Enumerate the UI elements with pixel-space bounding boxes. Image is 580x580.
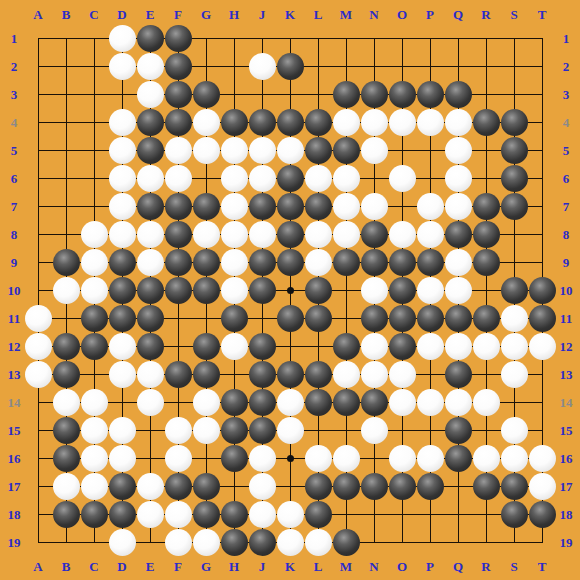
white-stone-H7	[221, 193, 248, 220]
black-stone-T18	[529, 501, 556, 528]
white-stone-E2	[137, 53, 164, 80]
black-stone-M5	[333, 137, 360, 164]
column-label-top: T	[538, 8, 547, 21]
black-stone-R17	[473, 473, 500, 500]
white-stone-O4	[389, 109, 416, 136]
black-stone-S5	[501, 137, 528, 164]
black-stone-L10	[305, 277, 332, 304]
white-stone-G15	[193, 417, 220, 444]
black-stone-M19	[333, 529, 360, 556]
black-stone-N14	[361, 389, 388, 416]
white-stone-N5	[361, 137, 388, 164]
black-stone-L17	[305, 473, 332, 500]
column-label-bottom: O	[397, 560, 407, 573]
black-stone-K7	[277, 193, 304, 220]
black-stone-O9	[389, 249, 416, 276]
white-stone-N13	[361, 361, 388, 388]
white-stone-H12	[221, 333, 248, 360]
white-stone-D7	[109, 193, 136, 220]
white-stone-K15	[277, 417, 304, 444]
white-stone-H10	[221, 277, 248, 304]
row-label-right: 5	[563, 144, 570, 157]
black-stone-S18	[501, 501, 528, 528]
white-stone-G4	[193, 109, 220, 136]
black-stone-N3	[361, 81, 388, 108]
black-stone-N8	[361, 221, 388, 248]
black-stone-M9	[333, 249, 360, 276]
black-stone-H16	[221, 445, 248, 472]
white-stone-C16	[81, 445, 108, 472]
white-stone-B17	[53, 473, 80, 500]
white-stone-E9	[137, 249, 164, 276]
black-stone-J13	[249, 361, 276, 388]
black-stone-K4	[277, 109, 304, 136]
black-stone-Q3	[445, 81, 472, 108]
column-label-bottom: E	[146, 560, 155, 573]
black-stone-M12	[333, 333, 360, 360]
black-stone-K8	[277, 221, 304, 248]
white-stone-K19	[277, 529, 304, 556]
black-stone-L13	[305, 361, 332, 388]
column-label-top: R	[481, 8, 490, 21]
black-stone-B16	[53, 445, 80, 472]
black-stone-Q8	[445, 221, 472, 248]
black-stone-K9	[277, 249, 304, 276]
row-label-right: 17	[560, 480, 573, 493]
white-stone-S16	[501, 445, 528, 472]
black-stone-G12	[193, 333, 220, 360]
black-stone-G7	[193, 193, 220, 220]
white-stone-J17	[249, 473, 276, 500]
black-stone-J9	[249, 249, 276, 276]
column-label-bottom: Q	[453, 560, 463, 573]
black-stone-Q11	[445, 305, 472, 332]
white-stone-A11	[25, 305, 52, 332]
white-stone-D6	[109, 165, 136, 192]
black-stone-P17	[417, 473, 444, 500]
black-stone-H4	[221, 109, 248, 136]
white-stone-S12	[501, 333, 528, 360]
black-stone-F10	[165, 277, 192, 304]
white-stone-Q14	[445, 389, 472, 416]
black-stone-N9	[361, 249, 388, 276]
column-label-bottom: S	[510, 560, 517, 573]
white-stone-D13	[109, 361, 136, 388]
white-stone-M13	[333, 361, 360, 388]
white-stone-G5	[193, 137, 220, 164]
white-stone-C17	[81, 473, 108, 500]
star-point	[287, 287, 294, 294]
column-label-bottom: R	[481, 560, 490, 573]
white-stone-L19	[305, 529, 332, 556]
go-diagram: AABBCCDDEEFFGGHHJJKKLLMMNNOOPPQQRRSSTT11…	[0, 0, 580, 580]
black-stone-R8	[473, 221, 500, 248]
white-stone-O16	[389, 445, 416, 472]
row-label-left: 11	[8, 312, 20, 325]
column-label-top: K	[285, 8, 295, 21]
white-stone-A12	[25, 333, 52, 360]
black-stone-K2	[277, 53, 304, 80]
white-stone-D19	[109, 529, 136, 556]
white-stone-E13	[137, 361, 164, 388]
black-stone-S6	[501, 165, 528, 192]
row-label-left: 14	[8, 396, 21, 409]
black-stone-S10	[501, 277, 528, 304]
go-board[interactable]: AABBCCDDEEFFGGHHJJKKLLMMNNOOPPQQRRSSTT11…	[0, 0, 580, 580]
column-label-bottom: T	[538, 560, 547, 573]
column-label-top: L	[314, 8, 323, 21]
black-stone-Q13	[445, 361, 472, 388]
white-stone-L6	[305, 165, 332, 192]
column-label-top: P	[426, 8, 434, 21]
row-label-left: 18	[8, 508, 21, 521]
column-label-top: F	[174, 8, 182, 21]
white-stone-D2	[109, 53, 136, 80]
white-stone-D4	[109, 109, 136, 136]
white-stone-D16	[109, 445, 136, 472]
black-stone-S7	[501, 193, 528, 220]
black-stone-E4	[137, 109, 164, 136]
black-stone-L7	[305, 193, 332, 220]
black-stone-R4	[473, 109, 500, 136]
black-stone-P9	[417, 249, 444, 276]
white-stone-N4	[361, 109, 388, 136]
white-stone-F16	[165, 445, 192, 472]
white-stone-R14	[473, 389, 500, 416]
column-label-bottom: C	[89, 560, 98, 573]
white-stone-N12	[361, 333, 388, 360]
black-stone-L14	[305, 389, 332, 416]
white-stone-Q5	[445, 137, 472, 164]
row-label-right: 18	[560, 508, 573, 521]
black-stone-L18	[305, 501, 332, 528]
black-stone-N11	[361, 305, 388, 332]
white-stone-N7	[361, 193, 388, 220]
row-label-left: 4	[11, 116, 18, 129]
row-label-right: 3	[563, 88, 570, 101]
column-label-top: M	[340, 8, 352, 21]
column-label-top: N	[369, 8, 378, 21]
white-stone-D5	[109, 137, 136, 164]
row-label-left: 2	[11, 60, 18, 73]
white-stone-E3	[137, 81, 164, 108]
black-stone-Q15	[445, 417, 472, 444]
row-label-left: 12	[8, 340, 21, 353]
black-stone-B13	[53, 361, 80, 388]
white-stone-B14	[53, 389, 80, 416]
black-stone-L5	[305, 137, 332, 164]
column-label-top: H	[229, 8, 239, 21]
black-stone-C11	[81, 305, 108, 332]
column-label-bottom: K	[285, 560, 295, 573]
black-stone-M3	[333, 81, 360, 108]
black-stone-M17	[333, 473, 360, 500]
row-label-left: 16	[8, 452, 21, 465]
white-stone-O6	[389, 165, 416, 192]
column-label-top: E	[146, 8, 155, 21]
row-label-right: 4	[563, 116, 570, 129]
white-stone-O8	[389, 221, 416, 248]
white-stone-P12	[417, 333, 444, 360]
white-stone-P14	[417, 389, 444, 416]
white-stone-M6	[333, 165, 360, 192]
white-stone-H6	[221, 165, 248, 192]
white-stone-Q9	[445, 249, 472, 276]
row-label-right: 10	[560, 284, 573, 297]
black-stone-O3	[389, 81, 416, 108]
column-label-bottom: D	[117, 560, 126, 573]
black-stone-D11	[109, 305, 136, 332]
black-stone-S17	[501, 473, 528, 500]
white-stone-G8	[193, 221, 220, 248]
black-stone-E7	[137, 193, 164, 220]
white-stone-D1	[109, 25, 136, 52]
black-stone-J4	[249, 109, 276, 136]
black-stone-J15	[249, 417, 276, 444]
black-stone-B15	[53, 417, 80, 444]
row-label-right: 13	[560, 368, 573, 381]
star-point	[287, 455, 294, 462]
white-stone-J16	[249, 445, 276, 472]
black-stone-F3	[165, 81, 192, 108]
black-stone-L4	[305, 109, 332, 136]
column-label-top: S	[510, 8, 517, 21]
white-stone-F19	[165, 529, 192, 556]
column-label-bottom: A	[33, 560, 42, 573]
row-label-right: 16	[560, 452, 573, 465]
white-stone-C15	[81, 417, 108, 444]
row-label-right: 19	[560, 536, 573, 549]
black-stone-F17	[165, 473, 192, 500]
column-label-bottom: N	[369, 560, 378, 573]
row-label-right: 15	[560, 424, 573, 437]
row-label-left: 19	[8, 536, 21, 549]
row-label-left: 10	[8, 284, 21, 297]
white-stone-A13	[25, 361, 52, 388]
white-stone-J18	[249, 501, 276, 528]
white-stone-P16	[417, 445, 444, 472]
white-stone-K5	[277, 137, 304, 164]
row-label-left: 15	[8, 424, 21, 437]
column-label-top: O	[397, 8, 407, 21]
column-label-bottom: G	[201, 560, 211, 573]
white-stone-T16	[529, 445, 556, 472]
black-stone-Q16	[445, 445, 472, 472]
black-stone-G18	[193, 501, 220, 528]
black-stone-F13	[165, 361, 192, 388]
black-stone-R7	[473, 193, 500, 220]
white-stone-J5	[249, 137, 276, 164]
white-stone-M7	[333, 193, 360, 220]
column-label-top: B	[62, 8, 71, 21]
row-label-right: 1	[563, 32, 570, 45]
white-stone-E18	[137, 501, 164, 528]
black-stone-E12	[137, 333, 164, 360]
black-stone-S4	[501, 109, 528, 136]
column-label-bottom: F	[174, 560, 182, 573]
black-stone-K13	[277, 361, 304, 388]
black-stone-E1	[137, 25, 164, 52]
black-stone-O10	[389, 277, 416, 304]
white-stone-K14	[277, 389, 304, 416]
white-stone-C8	[81, 221, 108, 248]
white-stone-P8	[417, 221, 444, 248]
column-label-top: A	[33, 8, 42, 21]
row-label-left: 5	[11, 144, 18, 157]
white-stone-F18	[165, 501, 192, 528]
white-stone-K18	[277, 501, 304, 528]
white-stone-B10	[53, 277, 80, 304]
column-label-top: C	[89, 8, 98, 21]
black-stone-P11	[417, 305, 444, 332]
black-stone-H14	[221, 389, 248, 416]
white-stone-S13	[501, 361, 528, 388]
row-label-left: 3	[11, 88, 18, 101]
column-label-bottom: M	[340, 560, 352, 573]
row-label-left: 13	[8, 368, 21, 381]
column-label-bottom: J	[259, 560, 266, 573]
white-stone-M4	[333, 109, 360, 136]
column-label-bottom: L	[314, 560, 323, 573]
black-stone-D10	[109, 277, 136, 304]
black-stone-T10	[529, 277, 556, 304]
black-stone-E10	[137, 277, 164, 304]
white-stone-C10	[81, 277, 108, 304]
black-stone-H19	[221, 529, 248, 556]
white-stone-E14	[137, 389, 164, 416]
row-label-right: 12	[560, 340, 573, 353]
white-stone-T12	[529, 333, 556, 360]
white-stone-E17	[137, 473, 164, 500]
white-stone-O14	[389, 389, 416, 416]
white-stone-J6	[249, 165, 276, 192]
white-stone-C9	[81, 249, 108, 276]
black-stone-O11	[389, 305, 416, 332]
white-stone-Q4	[445, 109, 472, 136]
black-stone-K6	[277, 165, 304, 192]
white-stone-S15	[501, 417, 528, 444]
white-stone-Q6	[445, 165, 472, 192]
white-stone-C14	[81, 389, 108, 416]
white-stone-N15	[361, 417, 388, 444]
black-stone-O17	[389, 473, 416, 500]
white-stone-G14	[193, 389, 220, 416]
column-label-top: J	[259, 8, 266, 21]
white-stone-Q7	[445, 193, 472, 220]
black-stone-H15	[221, 417, 248, 444]
white-stone-D15	[109, 417, 136, 444]
white-stone-N10	[361, 277, 388, 304]
white-stone-L8	[305, 221, 332, 248]
black-stone-G17	[193, 473, 220, 500]
black-stone-D9	[109, 249, 136, 276]
black-stone-E5	[137, 137, 164, 164]
black-stone-H11	[221, 305, 248, 332]
white-stone-G19	[193, 529, 220, 556]
black-stone-B12	[53, 333, 80, 360]
white-stone-J2	[249, 53, 276, 80]
row-label-right: 9	[563, 256, 570, 269]
white-stone-S11	[501, 305, 528, 332]
row-label-right: 6	[563, 172, 570, 185]
white-stone-O13	[389, 361, 416, 388]
white-stone-H9	[221, 249, 248, 276]
white-stone-F6	[165, 165, 192, 192]
row-label-left: 8	[11, 228, 18, 241]
column-label-top: D	[117, 8, 126, 21]
white-stone-H5	[221, 137, 248, 164]
black-stone-G9	[193, 249, 220, 276]
black-stone-T11	[529, 305, 556, 332]
black-stone-B18	[53, 501, 80, 528]
black-stone-J19	[249, 529, 276, 556]
row-label-right: 8	[563, 228, 570, 241]
black-stone-E11	[137, 305, 164, 332]
black-stone-C12	[81, 333, 108, 360]
column-label-bottom: B	[62, 560, 71, 573]
row-label-left: 1	[11, 32, 18, 45]
white-stone-L9	[305, 249, 332, 276]
white-stone-P7	[417, 193, 444, 220]
white-stone-R16	[473, 445, 500, 472]
black-stone-G3	[193, 81, 220, 108]
black-stone-H18	[221, 501, 248, 528]
column-label-bottom: H	[229, 560, 239, 573]
black-stone-F1	[165, 25, 192, 52]
white-stone-H8	[221, 221, 248, 248]
black-stone-G10	[193, 277, 220, 304]
white-stone-L16	[305, 445, 332, 472]
black-stone-L11	[305, 305, 332, 332]
column-label-bottom: P	[426, 560, 434, 573]
black-stone-J14	[249, 389, 276, 416]
white-stone-E6	[137, 165, 164, 192]
white-stone-J8	[249, 221, 276, 248]
black-stone-J12	[249, 333, 276, 360]
row-label-right: 11	[560, 312, 572, 325]
black-stone-D18	[109, 501, 136, 528]
black-stone-F8	[165, 221, 192, 248]
white-stone-P10	[417, 277, 444, 304]
black-stone-F9	[165, 249, 192, 276]
white-stone-M16	[333, 445, 360, 472]
black-stone-F7	[165, 193, 192, 220]
white-stone-Q10	[445, 277, 472, 304]
row-label-left: 6	[11, 172, 18, 185]
black-stone-M14	[333, 389, 360, 416]
white-stone-P4	[417, 109, 444, 136]
black-stone-O12	[389, 333, 416, 360]
black-stone-D17	[109, 473, 136, 500]
column-label-top: Q	[453, 8, 463, 21]
black-stone-R9	[473, 249, 500, 276]
white-stone-F15	[165, 417, 192, 444]
row-label-right: 14	[560, 396, 573, 409]
row-label-right: 7	[563, 200, 570, 213]
column-label-top: G	[201, 8, 211, 21]
black-stone-F2	[165, 53, 192, 80]
row-label-right: 2	[563, 60, 570, 73]
row-label-left: 17	[8, 480, 21, 493]
white-stone-T17	[529, 473, 556, 500]
white-stone-Q12	[445, 333, 472, 360]
black-stone-F4	[165, 109, 192, 136]
black-stone-J7	[249, 193, 276, 220]
white-stone-E8	[137, 221, 164, 248]
row-label-left: 9	[11, 256, 18, 269]
white-stone-D8	[109, 221, 136, 248]
black-stone-K11	[277, 305, 304, 332]
